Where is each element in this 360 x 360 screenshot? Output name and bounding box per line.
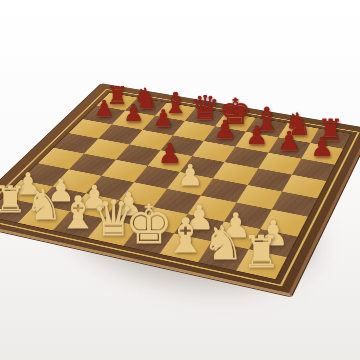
chess-board (0, 84, 360, 297)
chess-set-photo: ♜♞♝♛♚♝♞♜♟♟♟♟♟♟♟♟♟♟♟♟♟♟♟♟♜♞♝♛♚♝♞♜ (0, 0, 360, 360)
